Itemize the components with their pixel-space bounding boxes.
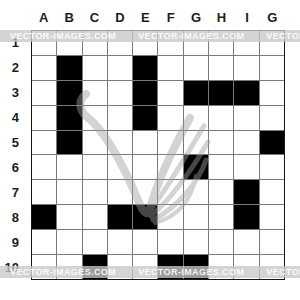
grid-cell-A7[interactable]: [32, 180, 56, 204]
grid-cell-G8[interactable]: [260, 205, 284, 229]
grid-cell-G6[interactable]: [260, 155, 284, 179]
column-label-h-7: H: [209, 9, 234, 27]
grid-cell-I3-block: [234, 81, 258, 105]
watermark-logo-icon: [76, 90, 216, 235]
watermark-text: VECTOR-IMAGES.COM: [266, 31, 300, 41]
row-labels: 12345678910: [0, 30, 22, 280]
column-label-g-9: G: [260, 9, 285, 27]
grid-cell-I7-block: [234, 180, 258, 204]
column-label-g-6: G: [183, 9, 208, 27]
grid-cell-I2[interactable]: [234, 56, 258, 80]
row-label-7: 7: [0, 180, 22, 205]
grid-cell-G3[interactable]: [260, 81, 284, 105]
grid-cell-I6[interactable]: [234, 155, 258, 179]
watermark-text: VECTOR-IMAGES.COM: [266, 267, 300, 277]
grid-cell-A3[interactable]: [32, 81, 56, 105]
crossword-diagram: ABCDEFGHIG 12345678910 VECTOR-IMAGES.COM…: [0, 0, 300, 300]
column-label-b-1: B: [56, 9, 81, 27]
grid-cell-G7[interactable]: [260, 180, 284, 204]
grid-cell-A4[interactable]: [32, 106, 56, 130]
watermark-text: VECTOR-IMAGES.COM: [10, 31, 116, 41]
grid-cell-E2-block: [133, 56, 157, 80]
row-label-6: 6: [0, 155, 22, 180]
grid-cell-G2[interactable]: [260, 56, 284, 80]
grid-cell-A9[interactable]: [32, 230, 56, 254]
grid-cell-I8-block: [234, 205, 258, 229]
grid-cell-A5[interactable]: [32, 131, 56, 155]
grid-cell-G4[interactable]: [260, 106, 284, 130]
grid-cell-G2[interactable]: [184, 56, 208, 80]
column-label-i-8: I: [234, 9, 259, 27]
column-label-d-3: D: [107, 9, 132, 27]
grid-cell-A2[interactable]: [32, 56, 56, 80]
grid-cell-A8-block: [32, 205, 56, 229]
watermark-band-top: VECTOR-IMAGES.COM VECTOR-IMAGES.COM VECT…: [0, 30, 300, 42]
column-labels: ABCDEFGHIG: [31, 9, 285, 27]
watermark-band-bottom: VECTOR-IMAGES.COM VECTOR-IMAGES.COM VECT…: [0, 266, 300, 278]
row-label-8: 8: [0, 205, 22, 230]
column-label-e-4: E: [133, 9, 158, 27]
row-label-4: 4: [0, 105, 22, 130]
grid-cell-H2[interactable]: [209, 56, 233, 80]
grid-cell-C2[interactable]: [83, 56, 107, 80]
column-label-a-0: A: [31, 9, 56, 27]
column-label-f-5: F: [158, 9, 183, 27]
grid-cell-I9[interactable]: [234, 230, 258, 254]
watermark-text: VECTOR-IMAGES.COM: [138, 31, 244, 41]
row-label-9: 9: [0, 230, 22, 255]
grid-cell-G5-block: [260, 131, 284, 155]
row-label-3: 3: [0, 80, 22, 105]
row-label-2: 2: [0, 55, 22, 80]
grid-cell-G9[interactable]: [260, 230, 284, 254]
grid-cell-F2[interactable]: [158, 56, 182, 80]
grid-cell-D2[interactable]: [108, 56, 132, 80]
grid-cell-I4[interactable]: [234, 106, 258, 130]
row-label-5: 5: [0, 130, 22, 155]
grid-cell-I5[interactable]: [234, 131, 258, 155]
watermark-text: VECTOR-IMAGES.COM: [138, 267, 244, 277]
grid-cell-A6[interactable]: [32, 155, 56, 179]
column-label-c-2: C: [82, 9, 107, 27]
watermark-text: VECTOR-IMAGES.COM: [10, 267, 116, 277]
grid-cell-B2-block: [57, 56, 81, 80]
